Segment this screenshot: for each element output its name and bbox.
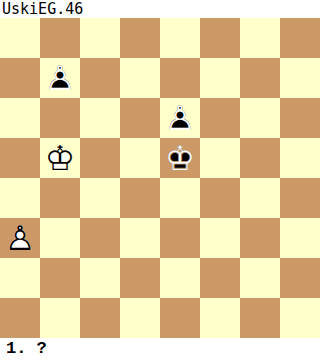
white-king[interactable]: ♚♔ [40,138,80,178]
square-c4[interactable] [80,178,120,218]
square-d6[interactable] [120,98,160,138]
square-f5[interactable] [200,138,240,178]
square-g8[interactable] [240,18,280,58]
square-b3[interactable] [40,218,80,258]
white-king-outline-glyph: ♔ [40,138,80,178]
square-h8[interactable] [280,18,320,58]
square-f3[interactable] [200,218,240,258]
square-c3[interactable] [80,218,120,258]
white-pawn-outline-glyph: ♙ [0,218,40,258]
square-h3[interactable] [280,218,320,258]
square-a5[interactable] [0,138,40,178]
square-g4[interactable] [240,178,280,218]
square-c1[interactable] [80,298,120,338]
square-g3[interactable] [240,218,280,258]
square-e3[interactable] [160,218,200,258]
square-g2[interactable] [240,258,280,298]
square-d4[interactable] [120,178,160,218]
square-d8[interactable] [120,18,160,58]
square-h7[interactable] [280,58,320,98]
square-a6[interactable] [0,98,40,138]
square-h6[interactable] [280,98,320,138]
footer-bar: 1. ? [0,338,320,360]
square-e2[interactable] [160,258,200,298]
square-e4[interactable] [160,178,200,218]
square-f1[interactable] [200,298,240,338]
square-e6[interactable]: ♟♙ [160,98,200,138]
square-h1[interactable] [280,298,320,338]
square-a3[interactable]: ♟♙ [0,218,40,258]
page-title: UskiEG.46 [2,0,83,18]
chess-board: ♟♙♟♙♚♔♚♔♟♙ [0,18,320,338]
square-d2[interactable] [120,258,160,298]
square-b7[interactable]: ♟♙ [40,58,80,98]
black-king-outline-glyph: ♔ [160,138,200,178]
square-b2[interactable] [40,258,80,298]
square-b4[interactable] [40,178,80,218]
white-pawn[interactable]: ♟♙ [0,218,40,258]
square-a8[interactable] [0,18,40,58]
square-h5[interactable] [280,138,320,178]
square-f7[interactable] [200,58,240,98]
square-c6[interactable] [80,98,120,138]
square-f8[interactable] [200,18,240,58]
square-d3[interactable] [120,218,160,258]
square-c8[interactable] [80,18,120,58]
black-pawn[interactable]: ♟♙ [40,58,80,98]
square-g5[interactable] [240,138,280,178]
square-a4[interactable] [0,178,40,218]
square-d1[interactable] [120,298,160,338]
square-g6[interactable] [240,98,280,138]
square-g7[interactable] [240,58,280,98]
square-e8[interactable] [160,18,200,58]
square-b6[interactable] [40,98,80,138]
square-b5[interactable]: ♚♔ [40,138,80,178]
square-d7[interactable] [120,58,160,98]
square-f2[interactable] [200,258,240,298]
square-c7[interactable] [80,58,120,98]
square-a2[interactable] [0,258,40,298]
black-pawn[interactable]: ♟♙ [160,98,200,138]
black-king[interactable]: ♚♔ [160,138,200,178]
square-h4[interactable] [280,178,320,218]
square-e5[interactable]: ♚♔ [160,138,200,178]
square-e1[interactable] [160,298,200,338]
black-pawn-outline-glyph: ♙ [40,58,80,98]
move-prompt: 1. ? [6,338,47,360]
square-h2[interactable] [280,258,320,298]
square-b1[interactable] [40,298,80,338]
square-b8[interactable] [40,18,80,58]
square-e7[interactable] [160,58,200,98]
square-f4[interactable] [200,178,240,218]
black-pawn-outline-glyph: ♙ [160,98,200,138]
square-c2[interactable] [80,258,120,298]
square-c5[interactable] [80,138,120,178]
square-f6[interactable] [200,98,240,138]
title-bar: UskiEG.46 [0,0,320,18]
square-a7[interactable] [0,58,40,98]
square-a1[interactable] [0,298,40,338]
square-g1[interactable] [240,298,280,338]
square-d5[interactable] [120,138,160,178]
